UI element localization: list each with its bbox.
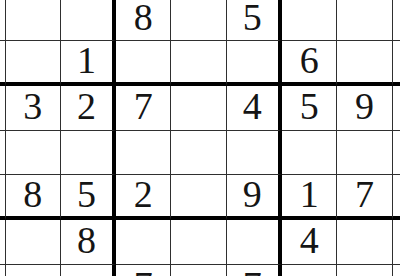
- cell-r5c9[interactable]: [393, 131, 400, 176]
- cell-r3c7[interactable]: 6: [282, 41, 337, 86]
- cell-r8c3[interactable]: [61, 265, 116, 276]
- cell-r6c9[interactable]: [393, 175, 400, 220]
- cell-r7c7[interactable]: 4: [282, 220, 337, 265]
- cell-r3c3[interactable]: 1: [61, 41, 116, 86]
- cell-r6c2[interactable]: 8: [6, 175, 61, 220]
- given-digit: 5: [300, 87, 319, 125]
- cell-r4c5[interactable]: [171, 86, 226, 131]
- cell-r8c8[interactable]: [337, 265, 392, 276]
- cell-r5c8[interactable]: [337, 131, 392, 176]
- cell-r8c5[interactable]: [171, 265, 226, 276]
- given-digit: 7: [134, 87, 153, 125]
- cell-r3c8[interactable]: [337, 41, 392, 86]
- cell-r8c9[interactable]: [393, 265, 400, 276]
- cell-r8c6[interactable]: 7: [227, 265, 282, 276]
- given-digit: 2: [134, 175, 153, 213]
- sudoku-screenshot: 85163274598529178477: [0, 0, 400, 276]
- cell-r6c4[interactable]: 2: [116, 175, 171, 220]
- given-digit: 1: [300, 175, 319, 213]
- cell-r4c2[interactable]: 3: [6, 86, 61, 131]
- cell-r5c7[interactable]: [282, 131, 337, 176]
- cell-r2c8[interactable]: [337, 0, 392, 41]
- cell-r8c4[interactable]: 7: [116, 265, 171, 276]
- given-digit: 4: [243, 87, 262, 125]
- cell-r2c7[interactable]: [282, 0, 337, 41]
- cell-r6c8[interactable]: 7: [337, 175, 392, 220]
- given-digit: 5: [243, 0, 262, 36]
- given-digit: 7: [134, 266, 153, 276]
- cell-r4c8[interactable]: 9: [337, 86, 392, 131]
- cell-r3c5[interactable]: [171, 41, 226, 86]
- cell-r2c4[interactable]: 8: [116, 0, 171, 41]
- cell-r8c7[interactable]: [282, 265, 337, 276]
- cell-r2c2[interactable]: [6, 0, 61, 41]
- cell-r7c5[interactable]: [171, 220, 226, 265]
- cell-r7c6[interactable]: [227, 220, 282, 265]
- cell-r5c4[interactable]: [116, 131, 171, 176]
- cell-r5c5[interactable]: [171, 131, 226, 176]
- cell-r4c9[interactable]: [393, 86, 400, 131]
- cell-r6c6[interactable]: 9: [227, 175, 282, 220]
- given-digit: 9: [355, 87, 374, 125]
- given-digit: 4: [300, 221, 319, 259]
- cell-r7c9[interactable]: [393, 220, 400, 265]
- cell-r2c3[interactable]: [61, 0, 116, 41]
- given-digit: 7: [355, 175, 374, 213]
- cell-r5c2[interactable]: [6, 131, 61, 176]
- cell-r3c4[interactable]: [116, 41, 171, 86]
- cell-r7c2[interactable]: [6, 220, 61, 265]
- cell-r5c3[interactable]: [61, 131, 116, 176]
- given-digit: 5: [77, 175, 96, 213]
- cell-r4c7[interactable]: 5: [282, 86, 337, 131]
- given-digit: 7: [243, 266, 262, 276]
- cell-r6c5[interactable]: [171, 175, 226, 220]
- cell-r2c9[interactable]: [393, 0, 400, 41]
- cell-r3c9[interactable]: [393, 41, 400, 86]
- cell-r7c3[interactable]: 8: [61, 220, 116, 265]
- cell-r3c6[interactable]: [227, 41, 282, 86]
- cell-r4c6[interactable]: 4: [227, 86, 282, 131]
- cell-r6c3[interactable]: 5: [61, 175, 116, 220]
- cell-r4c4[interactable]: 7: [116, 86, 171, 131]
- given-digit: 2: [77, 87, 96, 125]
- cell-r5c6[interactable]: [227, 131, 282, 176]
- given-digit: 1: [77, 41, 96, 79]
- given-digit: 6: [300, 41, 319, 79]
- cell-r7c4[interactable]: [116, 220, 171, 265]
- cell-r7c8[interactable]: [337, 220, 392, 265]
- sudoku-board: 85163274598529178477: [0, 0, 400, 276]
- given-digit: 8: [77, 221, 96, 259]
- given-digit: 9: [243, 175, 262, 213]
- given-digit: 3: [23, 87, 42, 125]
- cell-r3c2[interactable]: [6, 41, 61, 86]
- cell-r8c2[interactable]: [6, 265, 61, 276]
- cell-r6c7[interactable]: 1: [282, 175, 337, 220]
- cell-r2c6[interactable]: 5: [227, 0, 282, 41]
- given-digit: 8: [23, 175, 42, 213]
- cell-r4c3[interactable]: 2: [61, 86, 116, 131]
- given-digit: 8: [134, 0, 153, 36]
- cell-r2c5[interactable]: [171, 0, 226, 41]
